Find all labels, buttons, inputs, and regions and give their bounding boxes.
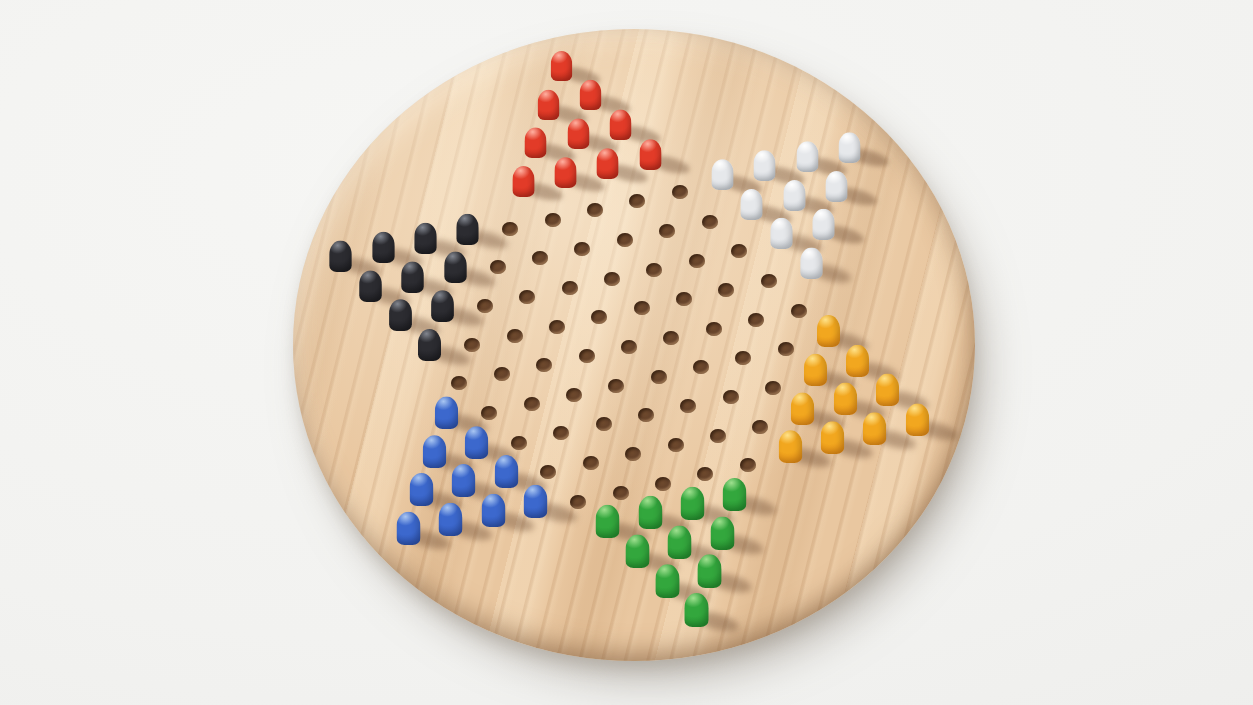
scene [0, 0, 1253, 705]
chinese-checkers-board [293, 29, 975, 661]
